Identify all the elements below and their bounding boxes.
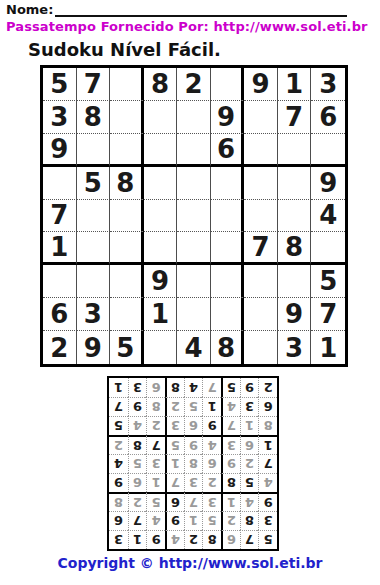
solution-cell-r2c5: 1: [184, 511, 203, 530]
solution-cell-r4c8: 6: [128, 473, 147, 492]
solution-cell-r8c9: 7: [109, 397, 128, 416]
cell-r7c9: 5: [311, 265, 345, 298]
cell-r5c4: [144, 200, 178, 233]
cell-r4c3: 8: [110, 167, 144, 200]
solution-cell-r1c2: 7: [240, 530, 259, 549]
cell-r3c1: 9: [43, 134, 77, 167]
solution-cell-r4c2: 5: [240, 473, 259, 492]
solution-cell-r6c4: 4: [202, 435, 221, 454]
cell-r1c5: 2: [177, 68, 211, 101]
cell-r2c5: [177, 101, 211, 134]
solution-cell-r2c4: 5: [202, 511, 221, 530]
name-label: Nome:: [6, 2, 53, 17]
cell-r7c1: [43, 265, 77, 298]
solution-cell-r6c9: 2: [109, 435, 128, 454]
cell-r8c1: 6: [43, 298, 77, 331]
solution-cell-r2c8: 7: [128, 511, 147, 530]
cell-r6c8: 8: [278, 232, 312, 265]
solution-cell-r4c1: 4: [258, 473, 277, 492]
cell-r8c2: 3: [77, 298, 111, 331]
cell-r2c6: 9: [211, 101, 245, 134]
solution-cell-r3c6: 6: [165, 492, 184, 511]
solution-cell-r5c1: 7: [258, 454, 277, 473]
name-row: Nome:: [6, 1, 347, 17]
solution-cell-r3c4: 3: [202, 492, 221, 511]
solution-cell-r4c5: 3: [184, 473, 203, 492]
cell-r9c9: 1: [311, 331, 345, 364]
cell-r7c8: [278, 265, 312, 298]
cell-r5c7: [244, 200, 278, 233]
cell-r5c1: 7: [43, 200, 77, 233]
solution-cell-r7c4: 9: [202, 416, 221, 435]
copyright-line: Copyright © http://www.sol.eti.br: [0, 555, 380, 571]
solution-cell-r9c7: 6: [146, 378, 165, 397]
solution-cell-r9c6: 8: [165, 378, 184, 397]
solution-cell-r2c1: 3: [258, 511, 277, 530]
cell-r9c5: 4: [177, 331, 211, 364]
solution-cell-r4c7: 1: [146, 473, 165, 492]
provider-line: Passatempo Fornecido Por: http://www.sol…: [6, 19, 368, 34]
solution-cell-r6c1: 1: [258, 435, 277, 454]
solution-cell-r7c3: 7: [221, 416, 240, 435]
solution-cell-r8c6: 2: [165, 397, 184, 416]
solution-cell-r8c1: 6: [258, 397, 277, 416]
name-blank-line: [55, 1, 347, 17]
cell-r2c3: [110, 101, 144, 134]
solution-cell-r1c4: 8: [202, 530, 221, 549]
solution-cell-r7c9: 5: [109, 416, 128, 435]
cell-r7c7: [244, 265, 278, 298]
solution-cell-r3c5: 7: [184, 492, 203, 511]
solution-cell-r9c8: 3: [128, 378, 147, 397]
cell-r1c6: [211, 68, 245, 101]
solution-cell-r1c8: 1: [128, 530, 147, 549]
cell-r6c5: [177, 232, 211, 265]
cell-r5c5: [177, 200, 211, 233]
cell-r3c6: 6: [211, 134, 245, 167]
cell-r9c1: 2: [43, 331, 77, 364]
cell-r1c3: [110, 68, 144, 101]
cell-r4c8: [278, 167, 312, 200]
solution-cell-r5c4: 6: [202, 454, 221, 473]
cell-r5c8: [278, 200, 312, 233]
cell-r9c7: [244, 331, 278, 364]
solution-cell-r2c9: 6: [109, 511, 128, 530]
solution-cell-r9c2: 9: [240, 378, 259, 397]
solution-cell-r3c3: 1: [221, 492, 240, 511]
solution-cell-r5c3: 9: [221, 454, 240, 473]
cell-r6c3: [110, 232, 144, 265]
cell-r2c7: [244, 101, 278, 134]
cell-r8c5: [177, 298, 211, 331]
cell-r5c3: [110, 200, 144, 233]
solution-cell-r1c9: 3: [109, 530, 128, 549]
solution-cell-r3c8: 2: [128, 492, 147, 511]
cell-r2c9: 6: [311, 101, 345, 134]
cell-r3c7: [244, 134, 278, 167]
solution-cell-r3c2: 4: [240, 492, 259, 511]
solution-cell-r4c6: 7: [165, 473, 184, 492]
cell-r7c2: [77, 265, 111, 298]
solution-cell-r4c3: 8: [221, 473, 240, 492]
cell-r1c7: 9: [244, 68, 278, 101]
solution-cell-r9c4: 7: [202, 378, 221, 397]
cell-r7c5: [177, 265, 211, 298]
cell-r4c5: [177, 167, 211, 200]
cell-r1c9: 3: [311, 68, 345, 101]
cell-r7c3: [110, 265, 144, 298]
solution-cell-r7c5: 6: [184, 416, 203, 435]
solution-cell-r2c6: 9: [165, 511, 184, 530]
solution-cell-r7c8: 4: [128, 416, 147, 435]
solution-cell-r9c1: 2: [258, 378, 277, 397]
cell-r1c4: 8: [144, 68, 178, 101]
cell-r6c9: [311, 232, 345, 265]
solution-cell-r8c7: 8: [146, 397, 165, 416]
cell-r1c8: 1: [278, 68, 312, 101]
solution-cell-r8c3: 4: [221, 397, 240, 416]
solution-cell-r3c1: 9: [258, 492, 277, 511]
cell-r8c7: [244, 298, 278, 331]
solution-cell-r1c5: 2: [184, 530, 203, 549]
cell-r4c2: 5: [77, 167, 111, 200]
cell-r5c6: [211, 200, 245, 233]
cell-r1c2: 7: [77, 68, 111, 101]
solution-cell-r6c3: 3: [221, 435, 240, 454]
cell-r8c6: [211, 298, 245, 331]
cell-r4c6: [211, 167, 245, 200]
cell-r7c6: [211, 265, 245, 298]
cell-r6c2: [77, 232, 111, 265]
solution-cell-r5c6: 1: [165, 454, 184, 473]
solution-cell-r3c7: 5: [146, 492, 165, 511]
cell-r8c3: [110, 298, 144, 331]
cell-r2c4: [144, 101, 178, 134]
cell-r1c1: 5: [43, 68, 77, 101]
solution-cell-r8c5: 5: [184, 397, 203, 416]
solution-cell-r5c2: 2: [240, 454, 259, 473]
cell-r3c8: [278, 134, 312, 167]
cell-r4c4: [144, 167, 178, 200]
solution-cell-r5c5: 8: [184, 454, 203, 473]
solution-cell-r4c9: 9: [109, 473, 128, 492]
solution-cell-r7c2: 1: [240, 416, 259, 435]
solution-cell-r9c5: 4: [184, 378, 203, 397]
cell-r6c7: 7: [244, 232, 278, 265]
cell-r4c9: 9: [311, 167, 345, 200]
cell-r9c3: 5: [110, 331, 144, 364]
cell-r3c4: [144, 134, 178, 167]
cell-r3c9: [311, 134, 345, 167]
solution-cell-r1c7: 9: [146, 530, 165, 549]
solution-cell-r5c8: 5: [128, 454, 147, 473]
solution-cell-r2c2: 8: [240, 511, 259, 530]
puzzle-grid: 578291338976965897417895631972954831: [40, 65, 348, 367]
cell-r6c1: 1: [43, 232, 77, 265]
solution-cell-r1c6: 4: [165, 530, 184, 549]
cell-r2c8: 7: [278, 101, 312, 134]
solution-cell-r3c9: 8: [109, 492, 128, 511]
solution-cell-r6c7: 7: [146, 435, 165, 454]
cell-r8c8: 9: [278, 298, 312, 331]
solution-cell-r1c1: 5: [258, 530, 277, 549]
cell-r9c2: 9: [77, 331, 111, 364]
solution-cell-r5c9: 4: [109, 454, 128, 473]
cell-r9c4: [144, 331, 178, 364]
cell-r3c5: [177, 134, 211, 167]
solution-cell-r8c4: 1: [202, 397, 221, 416]
solution-cell-r2c3: 2: [221, 511, 240, 530]
cell-r8c9: 7: [311, 298, 345, 331]
cell-r8c4: 1: [144, 298, 178, 331]
cell-r9c6: 8: [211, 331, 245, 364]
solution-cell-r7c1: 8: [258, 416, 277, 435]
solution-cell-r8c8: 9: [128, 397, 147, 416]
solution-cell-r9c9: 1: [109, 378, 128, 397]
solution-cell-r6c6: 5: [165, 435, 184, 454]
solution-cell-r9c3: 5: [221, 378, 240, 397]
solution-cell-r2c7: 4: [146, 511, 165, 530]
solution-cell-r6c8: 8: [128, 435, 147, 454]
cell-r6c4: [144, 232, 178, 265]
cell-r3c3: [110, 134, 144, 167]
cell-r2c1: 3: [43, 101, 77, 134]
solution-cell-r7c6: 3: [165, 416, 184, 435]
cell-r5c9: 4: [311, 200, 345, 233]
solution-cell-r1c3: 6: [221, 530, 240, 549]
solution-cell-r6c5: 9: [184, 435, 203, 454]
solution-grid-rotated: 5768249133825194769413765284582371697296…: [107, 376, 279, 551]
cell-r9c8: 3: [278, 331, 312, 364]
cell-r2c2: 8: [77, 101, 111, 134]
cell-r7c4: 9: [144, 265, 178, 298]
cell-r4c1: [43, 167, 77, 200]
solution-cell-r6c2: 6: [240, 435, 259, 454]
solution-cell-r4c4: 2: [202, 473, 221, 492]
cell-r6c6: [211, 232, 245, 265]
solution-cell-r8c2: 3: [240, 397, 259, 416]
printable-sudoku-page: Nome: Passatempo Fornecido Por: http://w…: [0, 0, 380, 585]
solution-cell-r7c7: 2: [146, 416, 165, 435]
solution-cell-r5c7: 3: [146, 454, 165, 473]
cell-r5c2: [77, 200, 111, 233]
cell-r3c2: [77, 134, 111, 167]
cell-r4c7: [244, 167, 278, 200]
page-title: Sudoku Nível Fácil.: [28, 39, 221, 60]
